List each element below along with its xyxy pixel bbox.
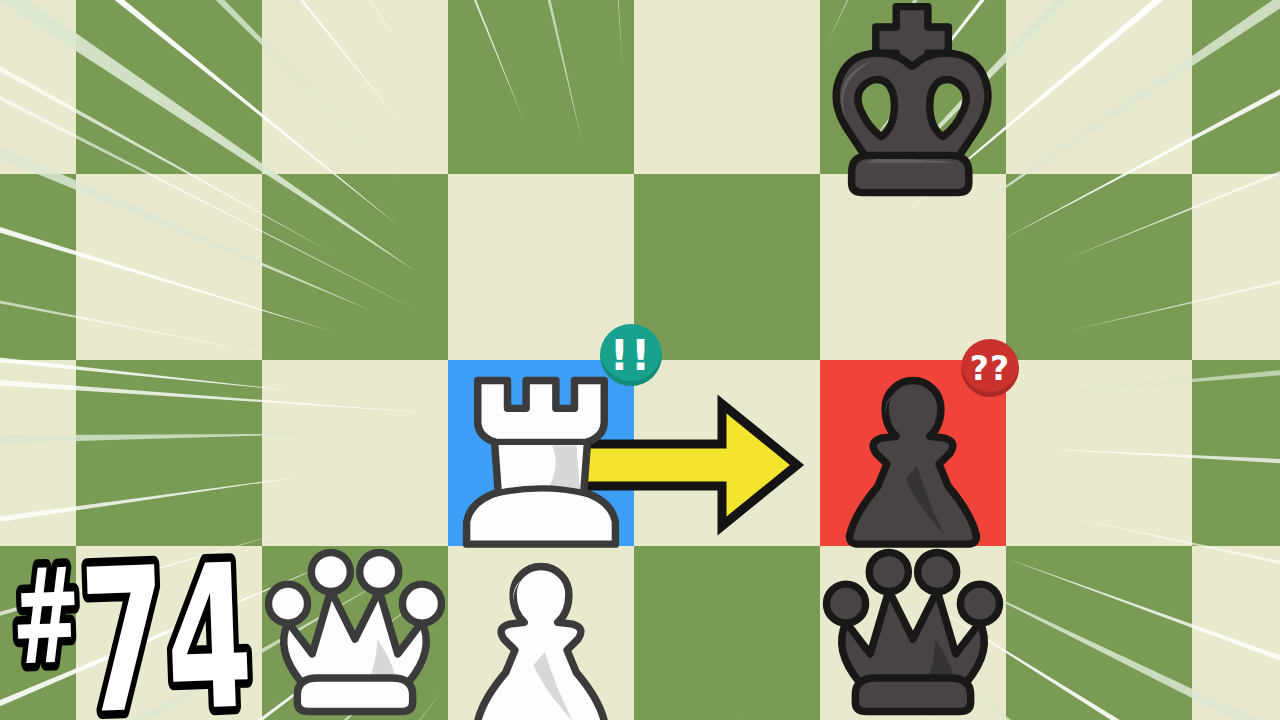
square-b8[interactable] [76, 0, 262, 174]
brilliant-move-badge: !! [600, 324, 662, 386]
square-f5[interactable] [820, 546, 1006, 720]
square-f7[interactable] [820, 174, 1006, 360]
square-c6[interactable] [262, 360, 448, 546]
blunder-badge: ?? [961, 339, 1019, 397]
square-b7[interactable] [76, 174, 262, 360]
square-g8[interactable] [1006, 0, 1192, 174]
episode-number: # 74 [0, 540, 280, 720]
square-h8[interactable] [1192, 0, 1280, 174]
square-d7[interactable] [448, 174, 634, 360]
square-d8[interactable] [448, 0, 634, 174]
square-d6[interactable] [448, 360, 634, 546]
square-e5[interactable] [634, 546, 820, 720]
svg-text:# 74: # 74 [9, 540, 256, 720]
square-e7[interactable] [634, 174, 820, 360]
square-g7[interactable] [1006, 174, 1192, 360]
square-h6[interactable] [1192, 360, 1280, 546]
square-c5[interactable] [262, 546, 448, 720]
square-c8[interactable] [262, 0, 448, 174]
square-e6[interactable] [634, 360, 820, 546]
square-c7[interactable] [262, 174, 448, 360]
square-a7[interactable] [0, 174, 76, 360]
square-a6[interactable] [0, 360, 76, 546]
thumbnail-stage: !! ?? # 74 [0, 0, 1280, 720]
square-f8[interactable] [820, 0, 1006, 174]
square-e8[interactable] [634, 0, 820, 174]
square-a8[interactable] [0, 0, 76, 174]
square-g5[interactable] [1006, 546, 1192, 720]
square-d5[interactable] [448, 546, 634, 720]
square-h7[interactable] [1192, 174, 1280, 360]
square-b6[interactable] [76, 360, 262, 546]
square-g6[interactable] [1006, 360, 1192, 546]
square-h5[interactable] [1192, 546, 1280, 720]
episode-digits: 74 [77, 540, 256, 720]
episode-hash: # [9, 540, 83, 695]
